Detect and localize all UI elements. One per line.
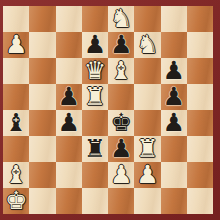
black-pawn[interactable]: ♟ xyxy=(57,110,79,136)
square-h5[interactable] xyxy=(187,84,213,110)
square-h8[interactable] xyxy=(187,6,213,32)
white-pawn[interactable]: ♟ xyxy=(110,162,132,188)
square-h3[interactable] xyxy=(187,136,213,162)
square-e3[interactable]: ♟ xyxy=(108,136,134,162)
square-e7[interactable]: ♟ xyxy=(108,32,134,58)
square-e2[interactable]: ♟ xyxy=(108,162,134,188)
square-b3[interactable] xyxy=(29,136,55,162)
square-b8[interactable] xyxy=(29,6,55,32)
square-c8[interactable] xyxy=(56,6,82,32)
square-d6[interactable]: ♛ xyxy=(82,58,108,84)
square-c3[interactable] xyxy=(56,136,82,162)
square-b2[interactable] xyxy=(29,162,55,188)
square-a8[interactable] xyxy=(3,6,29,32)
board-frame: ♞♟♟♟♞♛♝♟♟♜♟♝♟♚♟♜♟♜♝♟♟♚ xyxy=(0,0,220,220)
square-f8[interactable] xyxy=(134,6,160,32)
black-bishop[interactable]: ♝ xyxy=(5,110,27,136)
square-a4[interactable]: ♝ xyxy=(3,110,29,136)
square-g3[interactable] xyxy=(161,136,187,162)
square-g6[interactable]: ♟ xyxy=(161,58,187,84)
square-d5[interactable]: ♜ xyxy=(82,84,108,110)
square-b5[interactable] xyxy=(29,84,55,110)
square-g5[interactable]: ♟ xyxy=(161,84,187,110)
square-a1[interactable]: ♚ xyxy=(3,188,29,214)
square-h6[interactable] xyxy=(187,58,213,84)
square-g7[interactable] xyxy=(161,32,187,58)
square-e4[interactable]: ♚ xyxy=(108,110,134,136)
black-pawn[interactable]: ♟ xyxy=(162,58,184,84)
square-a5[interactable] xyxy=(3,84,29,110)
square-g1[interactable] xyxy=(161,188,187,214)
square-b4[interactable] xyxy=(29,110,55,136)
square-f1[interactable] xyxy=(134,188,160,214)
square-e5[interactable] xyxy=(108,84,134,110)
square-b6[interactable] xyxy=(29,58,55,84)
square-d1[interactable] xyxy=(82,188,108,214)
square-g4[interactable]: ♟ xyxy=(161,110,187,136)
white-knight[interactable]: ♞ xyxy=(110,6,132,32)
white-rook[interactable]: ♜ xyxy=(84,84,106,110)
square-f3[interactable]: ♜ xyxy=(134,136,160,162)
square-e8[interactable]: ♞ xyxy=(108,6,134,32)
white-pawn[interactable]: ♟ xyxy=(136,162,158,188)
square-h2[interactable] xyxy=(187,162,213,188)
square-c4[interactable]: ♟ xyxy=(56,110,82,136)
square-c6[interactable] xyxy=(56,58,82,84)
square-g2[interactable] xyxy=(161,162,187,188)
square-c5[interactable]: ♟ xyxy=(56,84,82,110)
square-f7[interactable]: ♞ xyxy=(134,32,160,58)
square-d4[interactable] xyxy=(82,110,108,136)
square-h7[interactable] xyxy=(187,32,213,58)
black-pawn[interactable]: ♟ xyxy=(162,84,184,110)
black-pawn[interactable]: ♟ xyxy=(110,136,132,162)
square-f6[interactable] xyxy=(134,58,160,84)
white-knight[interactable]: ♞ xyxy=(136,32,158,58)
square-e6[interactable]: ♝ xyxy=(108,58,134,84)
white-queen[interactable]: ♛ xyxy=(84,58,106,84)
square-a6[interactable] xyxy=(3,58,29,84)
white-rook[interactable]: ♜ xyxy=(136,136,158,162)
square-f2[interactable]: ♟ xyxy=(134,162,160,188)
square-c1[interactable] xyxy=(56,188,82,214)
white-king[interactable]: ♚ xyxy=(5,188,27,214)
square-a3[interactable] xyxy=(3,136,29,162)
white-pawn[interactable]: ♟ xyxy=(5,32,27,58)
black-rook[interactable]: ♜ xyxy=(84,136,106,162)
white-bishop[interactable]: ♝ xyxy=(110,58,132,84)
square-e1[interactable] xyxy=(108,188,134,214)
square-a2[interactable]: ♝ xyxy=(3,162,29,188)
square-d3[interactable]: ♜ xyxy=(82,136,108,162)
square-c2[interactable] xyxy=(56,162,82,188)
square-h4[interactable] xyxy=(187,110,213,136)
black-pawn[interactable]: ♟ xyxy=(162,110,184,136)
square-h1[interactable] xyxy=(187,188,213,214)
square-f5[interactable] xyxy=(134,84,160,110)
black-pawn[interactable]: ♟ xyxy=(110,32,132,58)
square-d8[interactable] xyxy=(82,6,108,32)
white-bishop[interactable]: ♝ xyxy=(5,162,27,188)
square-g8[interactable] xyxy=(161,6,187,32)
square-d2[interactable] xyxy=(82,162,108,188)
square-f4[interactable] xyxy=(134,110,160,136)
square-a7[interactable]: ♟ xyxy=(3,32,29,58)
chess-board: ♞♟♟♟♞♛♝♟♟♜♟♝♟♚♟♜♟♜♝♟♟♚ xyxy=(3,6,213,214)
square-b7[interactable] xyxy=(29,32,55,58)
square-b1[interactable] xyxy=(29,188,55,214)
square-d7[interactable]: ♟ xyxy=(82,32,108,58)
black-king[interactable]: ♚ xyxy=(110,110,132,136)
square-c7[interactable] xyxy=(56,32,82,58)
black-pawn[interactable]: ♟ xyxy=(57,84,79,110)
black-pawn[interactable]: ♟ xyxy=(84,32,106,58)
